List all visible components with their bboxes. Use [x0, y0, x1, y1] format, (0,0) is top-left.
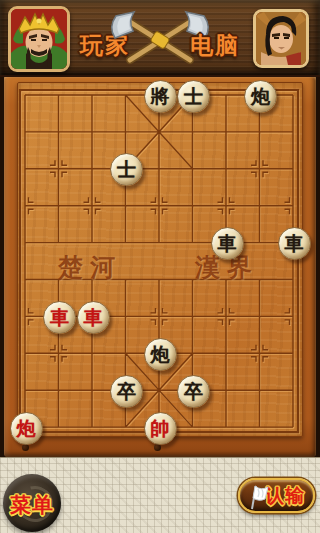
resign-button[interactable]: 认输	[238, 478, 315, 513]
player-avatar	[8, 6, 70, 72]
xiangqi-piece[interactable]: 士	[110, 153, 143, 186]
player-avatar-image	[11, 9, 67, 69]
computer-avatar-image	[256, 12, 306, 65]
xiangqi-piece[interactable]: 卒	[177, 375, 210, 408]
menu-button[interactable]: 菜单	[3, 474, 61, 532]
xiangqi-piece[interactable]: 車	[77, 301, 110, 334]
top-bar: 玩家 电脑	[0, 0, 320, 77]
bottom-bar: 菜单 认输	[0, 457, 320, 533]
computer-avatar	[253, 9, 309, 68]
pieces-layer: 將士炮士車車車車炮卒卒炮帥	[0, 0, 320, 533]
menu-button-label: 菜单	[0, 491, 64, 519]
xiangqi-game-screen: 玩家 电脑	[0, 0, 320, 533]
xiangqi-piece[interactable]: 炮	[10, 412, 43, 445]
xiangqi-piece[interactable]: 車	[278, 227, 311, 260]
xiangqi-piece[interactable]: 卒	[110, 375, 143, 408]
xiangqi-piece[interactable]: 炮	[244, 80, 277, 113]
xiangqi-piece[interactable]: 車	[211, 227, 244, 260]
computer-label: 电脑	[180, 30, 250, 61]
xiangqi-piece[interactable]: 士	[177, 80, 210, 113]
xiangqi-piece[interactable]: 車	[43, 301, 76, 334]
xiangqi-piece[interactable]: 炮	[144, 338, 177, 371]
white-flag-icon	[246, 483, 272, 511]
xiangqi-piece[interactable]: 帥	[144, 412, 177, 445]
xiangqi-piece[interactable]: 將	[144, 80, 177, 113]
